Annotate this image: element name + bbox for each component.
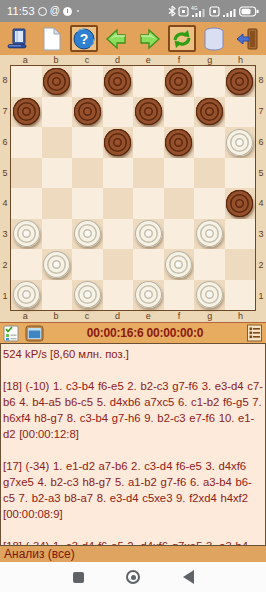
analysis-variation-2: [17] (-34) 1. e1-d2 a7-b6 2. c3-d4 f6-e5… xyxy=(3,458,263,522)
square-e7[interactable] xyxy=(133,97,164,128)
game-book-button[interactable] xyxy=(4,24,34,53)
square-g4[interactable] xyxy=(194,188,225,219)
square-a1[interactable] xyxy=(11,280,42,311)
square-c1[interactable] xyxy=(72,280,103,311)
battery-icon xyxy=(239,6,259,17)
coord-label: g xyxy=(195,55,226,65)
coord-label: e xyxy=(133,55,164,65)
white-man-c3[interactable] xyxy=(74,220,101,247)
square-h3[interactable] xyxy=(225,219,256,250)
coord-label: 7 xyxy=(0,96,10,127)
moves-list-icon[interactable] xyxy=(246,324,263,342)
sim2-box-icon xyxy=(209,6,220,17)
white-man-e1[interactable] xyxy=(135,281,162,308)
square-f2[interactable] xyxy=(164,249,195,280)
square-h8[interactable] xyxy=(225,66,256,97)
back-button-icon[interactable] xyxy=(183,570,194,584)
coord-label: 4 xyxy=(0,188,10,219)
square-e4[interactable] xyxy=(133,188,164,219)
square-g1[interactable] xyxy=(194,280,225,311)
square-d8[interactable] xyxy=(103,66,134,97)
black-man-f8[interactable] xyxy=(165,68,192,95)
square-d6[interactable] xyxy=(103,127,134,158)
square-f6[interactable] xyxy=(164,127,195,158)
square-d2[interactable] xyxy=(103,249,134,280)
square-b6[interactable] xyxy=(42,127,73,158)
sim1-box-icon xyxy=(178,6,189,17)
coord-label: f xyxy=(164,311,195,322)
engine-speed-line: 524 kP/s [8,60 млн. поз.] xyxy=(3,346,263,362)
square-c5[interactable] xyxy=(72,158,103,189)
rank-labels-left: 87654321 xyxy=(0,65,10,311)
game-book-icon xyxy=(6,26,32,52)
black-man-b8[interactable] xyxy=(43,68,70,95)
at-icon: @ xyxy=(50,6,60,16)
square-d7[interactable] xyxy=(103,97,134,128)
new-game-icon xyxy=(40,26,64,52)
status-time: 11:53 xyxy=(7,5,35,17)
square-b1[interactable] xyxy=(42,280,73,311)
app-window: 11:53 @ 4G xyxy=(0,0,266,592)
whatsapp-clock-icon xyxy=(38,7,47,16)
coord-label: h xyxy=(225,55,256,65)
square-a4[interactable] xyxy=(11,188,42,219)
square-e3[interactable] xyxy=(133,219,164,250)
white-man-f2[interactable] xyxy=(165,251,192,278)
square-f8[interactable] xyxy=(164,66,195,97)
move-back-arrow-icon xyxy=(104,27,128,51)
square-e8[interactable] xyxy=(133,66,164,97)
analysis-timer: 00:00:16:6 00:00:00:0 xyxy=(48,326,242,340)
white-man-c1[interactable] xyxy=(74,281,101,308)
database-icon xyxy=(202,26,226,52)
coord-label: e xyxy=(133,311,164,322)
move-back-button[interactable] xyxy=(101,24,131,53)
exit-door-icon xyxy=(235,27,259,51)
square-b3[interactable] xyxy=(42,219,73,250)
coord-label: h xyxy=(225,311,256,322)
exit-button[interactable] xyxy=(232,24,262,53)
mode-status-bar: Анализ (все) xyxy=(0,545,266,562)
coord-label: c xyxy=(72,55,103,65)
coord-label: c xyxy=(72,311,103,322)
coord-label: 1 xyxy=(0,280,10,311)
square-b2[interactable] xyxy=(42,249,73,280)
square-h2[interactable] xyxy=(225,249,256,280)
square-c2[interactable] xyxy=(72,249,103,280)
file-labels-top: abcdefgh xyxy=(10,55,256,65)
move-forward-button[interactable] xyxy=(135,24,165,53)
black-man-h4[interactable] xyxy=(226,190,253,217)
black-man-f6[interactable] xyxy=(165,129,192,156)
square-a5[interactable] xyxy=(11,158,42,189)
square-g5[interactable] xyxy=(194,158,225,189)
square-a8[interactable] xyxy=(11,66,42,97)
black-man-d6[interactable] xyxy=(104,129,131,156)
coord-label: 2 xyxy=(256,250,266,281)
black-man-c7[interactable] xyxy=(74,98,101,125)
white-man-h6[interactable] xyxy=(226,129,253,156)
white-man-g3[interactable] xyxy=(196,220,223,247)
toolbar: ? xyxy=(0,22,266,55)
file-labels-bottom: abcdefgh xyxy=(10,311,256,322)
square-g2[interactable] xyxy=(194,249,225,280)
coord-label: a xyxy=(10,311,41,322)
coord-label: 2 xyxy=(0,250,10,281)
coord-label: 8 xyxy=(256,65,266,96)
square-e5[interactable] xyxy=(133,158,164,189)
sim1-signal-4g-icon: 4G xyxy=(191,5,207,18)
mode-label: Анализ (все) xyxy=(4,547,75,561)
help-icon: ? xyxy=(73,28,95,50)
square-b7[interactable] xyxy=(42,97,73,128)
white-man-g1[interactable] xyxy=(196,281,223,308)
square-g8[interactable] xyxy=(194,66,225,97)
square-b5[interactable] xyxy=(42,158,73,189)
analysis-report-icon[interactable] xyxy=(3,325,21,342)
square-c4[interactable] xyxy=(72,188,103,219)
analysis-variation-1: [18] (-10) 1. c3-b4 f6-e5 2. b2-c3 g7-f6… xyxy=(3,378,263,442)
clock-bar: 00:00:16:6 00:00:00:0 xyxy=(0,322,266,343)
black-man-h8[interactable] xyxy=(226,68,253,95)
square-f3[interactable] xyxy=(164,219,195,250)
square-d3[interactable] xyxy=(103,219,134,250)
square-g3[interactable] xyxy=(194,219,225,250)
coord-label: d xyxy=(102,311,133,322)
coord-label: 8 xyxy=(0,65,10,96)
white-man-a3[interactable] xyxy=(13,220,40,247)
square-a6[interactable] xyxy=(11,127,42,158)
square-b4[interactable] xyxy=(42,188,73,219)
coord-label: b xyxy=(41,55,72,65)
square-g6[interactable] xyxy=(194,127,225,158)
square-c7[interactable] xyxy=(72,97,103,128)
square-d4[interactable] xyxy=(103,188,134,219)
board-grid xyxy=(10,65,256,311)
coord-label: 3 xyxy=(0,219,10,250)
square-h4[interactable] xyxy=(225,188,256,219)
coord-label: 5 xyxy=(256,157,266,188)
square-f7[interactable] xyxy=(164,97,195,128)
new-game-button[interactable] xyxy=(37,24,67,53)
help-button[interactable]: ? xyxy=(70,25,98,52)
square-a2[interactable] xyxy=(11,249,42,280)
square-d1[interactable] xyxy=(103,280,134,311)
svg-text:4G: 4G xyxy=(191,5,198,11)
square-b8[interactable] xyxy=(42,66,73,97)
move-forward-arrow-icon xyxy=(138,27,162,51)
black-man-g7[interactable] xyxy=(196,98,223,125)
coord-label: 4 xyxy=(256,188,266,219)
square-f4[interactable] xyxy=(164,188,195,219)
coord-label: a xyxy=(10,55,41,65)
board-view-icon[interactable] xyxy=(25,325,44,342)
square-c3[interactable] xyxy=(72,219,103,250)
recents-button-icon[interactable] xyxy=(73,572,84,583)
coord-label: 3 xyxy=(256,219,266,250)
coord-label: f xyxy=(164,55,195,65)
svg-text:?: ? xyxy=(80,31,89,47)
coord-label: 6 xyxy=(0,127,10,158)
coord-label: 1 xyxy=(256,280,266,311)
square-d5[interactable] xyxy=(103,158,134,189)
square-f1[interactable] xyxy=(164,280,195,311)
square-a3[interactable] xyxy=(11,219,42,250)
data-saver-icon xyxy=(63,7,72,16)
status-bar: 11:53 @ 4G xyxy=(0,0,266,22)
analyze-refresh-icon xyxy=(171,28,193,50)
analysis-panel[interactable]: 524 kP/s [8,60 млн. поз.] [18] (-10) 1. … xyxy=(0,343,266,545)
coord-label: 6 xyxy=(256,127,266,158)
square-f5[interactable] xyxy=(164,158,195,189)
analysis-variations: [18] (-10) 1. c3-b4 f6-e5 2. b2-c3 g7-f6… xyxy=(3,378,263,545)
coord-label: d xyxy=(102,55,133,65)
square-e1[interactable] xyxy=(133,280,164,311)
white-man-b2[interactable] xyxy=(43,251,70,278)
square-a7[interactable] xyxy=(11,97,42,128)
square-e2[interactable] xyxy=(133,249,164,280)
black-man-d8[interactable] xyxy=(104,68,131,95)
coord-label: 5 xyxy=(0,157,10,188)
square-h6[interactable] xyxy=(225,127,256,158)
database-button[interactable] xyxy=(199,24,229,53)
square-e6[interactable] xyxy=(133,127,164,158)
square-h5[interactable] xyxy=(225,158,256,189)
coord-label: b xyxy=(41,311,72,322)
white-man-a1[interactable] xyxy=(13,281,40,308)
square-c6[interactable] xyxy=(72,127,103,158)
rank-labels-right: 87654321 xyxy=(256,65,266,311)
analyze-button[interactable] xyxy=(168,25,196,52)
sim2-signal-icon xyxy=(222,5,237,18)
home-button-icon[interactable] xyxy=(126,570,140,584)
square-c8[interactable] xyxy=(72,66,103,97)
notification-dot-icon xyxy=(77,10,79,12)
analysis-variation-3: [18] (-34) 1. c3-d4 f6-e5 2. d4xf6 g7xe5… xyxy=(3,538,263,545)
white-man-e3[interactable] xyxy=(135,220,162,247)
black-man-a7[interactable] xyxy=(13,98,40,125)
black-man-e7[interactable] xyxy=(135,98,162,125)
square-g7[interactable] xyxy=(194,97,225,128)
coord-label: 7 xyxy=(256,96,266,127)
checkers-board: abcdefgh 87654321 87654321 abcdefgh xyxy=(0,55,266,322)
coord-label: g xyxy=(195,311,226,322)
bluetooth-icon xyxy=(168,5,176,17)
square-h7[interactable] xyxy=(225,97,256,128)
android-nav-bar xyxy=(0,562,266,592)
square-h1[interactable] xyxy=(225,280,256,311)
